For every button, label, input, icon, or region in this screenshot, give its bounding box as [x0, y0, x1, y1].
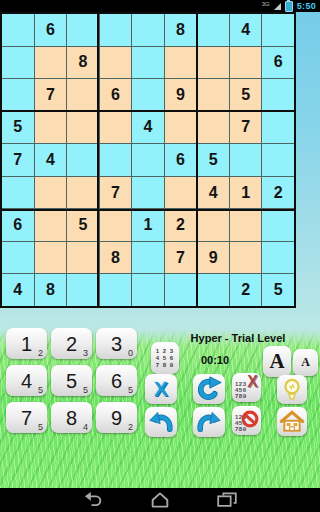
- cell-r5c6[interactable]: 6: [165, 144, 197, 176]
- cell-r2c5[interactable]: [132, 47, 164, 79]
- candidates-row: 7 8 9: [156, 362, 174, 369]
- num-key-digit: 3: [111, 334, 122, 354]
- mini-digits: 123456789: [235, 381, 247, 399]
- num-key-count: 4: [83, 422, 88, 432]
- cell-r7c9[interactable]: [262, 209, 294, 241]
- board-thick-line: [196, 14, 198, 306]
- cell-r4c8[interactable]: 7: [230, 112, 262, 144]
- delete-x-icon: X: [154, 377, 168, 401]
- level-title: Hyper - Trial Level: [158, 332, 318, 344]
- cell-r8c9[interactable]: [262, 242, 294, 274]
- battery-icon: [285, 1, 293, 12]
- cell-r9c9[interactable]: 5: [262, 274, 294, 306]
- num-key-5[interactable]: 55: [51, 365, 92, 396]
- num-key-1[interactable]: 12: [6, 328, 47, 359]
- cell-r9c3[interactable]: [67, 274, 99, 306]
- cell-r2c4[interactable]: [100, 47, 132, 79]
- hint-button[interactable]: [277, 375, 307, 404]
- cell-r1c2[interactable]: 6: [35, 14, 67, 46]
- restart-button[interactable]: [193, 374, 225, 404]
- cell-r5c7[interactable]: 5: [197, 144, 229, 176]
- num-key-count: 3: [83, 348, 88, 358]
- cell-r4c4[interactable]: [100, 112, 132, 144]
- cell-r9c6[interactable]: [165, 274, 197, 306]
- num-key-digit: 2: [66, 334, 77, 354]
- signal-icon: [274, 3, 281, 10]
- android-nav-bar: [0, 488, 320, 512]
- no-candidates-button[interactable]: 123456789: [232, 406, 261, 435]
- num-key-2[interactable]: 23: [51, 328, 92, 359]
- cell-r8c6[interactable]: 7: [165, 242, 197, 274]
- clock: 5:50: [297, 1, 316, 11]
- status-bar: 3G 5:50: [0, 0, 320, 12]
- cell-r5c3[interactable]: [67, 144, 99, 176]
- cell-r6c5[interactable]: [132, 177, 164, 209]
- cell-r4c6[interactable]: [165, 112, 197, 144]
- cell-r7c5[interactable]: 1: [132, 209, 164, 241]
- cell-r2c1[interactable]: [2, 47, 34, 79]
- board-thick-line: [2, 110, 294, 112]
- num-key-digit: 6: [111, 371, 122, 391]
- cell-r1c1[interactable]: [2, 14, 34, 46]
- cell-r2c7[interactable]: [197, 47, 229, 79]
- font-small-button[interactable]: A: [293, 349, 318, 376]
- cell-r3c7[interactable]: [197, 79, 229, 111]
- home-icon: [149, 491, 171, 509]
- candidates-toggle-button[interactable]: 1 2 3 4 5 6 7 8 9: [151, 342, 179, 374]
- num-key-digit: 1: [21, 334, 32, 354]
- timer: 00:10: [194, 354, 236, 366]
- cell-r8c8[interactable]: [230, 242, 262, 274]
- cell-r8c7[interactable]: 9: [197, 242, 229, 274]
- cell-r6c8[interactable]: 1: [230, 177, 262, 209]
- num-key-count: 5: [128, 385, 133, 395]
- cell-r2c8[interactable]: [230, 47, 262, 79]
- cell-r7c4[interactable]: [100, 209, 132, 241]
- cell-r3c3[interactable]: [67, 79, 99, 111]
- cell-r5c4[interactable]: [100, 144, 132, 176]
- cell-r6c4[interactable]: 7: [100, 177, 132, 209]
- cell-r2c9[interactable]: 6: [262, 47, 294, 79]
- cell-r4c2[interactable]: [35, 112, 67, 144]
- num-key-7[interactable]: 75: [6, 402, 47, 433]
- cell-r3c4[interactable]: 6: [100, 79, 132, 111]
- cell-r8c4[interactable]: 8: [100, 242, 132, 274]
- delete-button[interactable]: X: [145, 374, 177, 404]
- num-key-6[interactable]: 65: [96, 365, 137, 396]
- cell-r4c5[interactable]: 4: [132, 112, 164, 144]
- num-key-count: 5: [83, 385, 88, 395]
- recents-icon: [216, 491, 238, 509]
- cell-r4c9[interactable]: [262, 112, 294, 144]
- cell-r6c2[interactable]: [35, 177, 67, 209]
- board-thick-line: [2, 209, 294, 211]
- network-type-label: 3G: [262, 1, 270, 7]
- recents-button[interactable]: [216, 491, 238, 509]
- cell-r7c7[interactable]: [197, 209, 229, 241]
- num-key-count: 5: [38, 422, 43, 432]
- cell-r5c9[interactable]: [262, 144, 294, 176]
- cell-r7c2[interactable]: [35, 209, 67, 241]
- cell-r2c2[interactable]: [35, 47, 67, 79]
- cell-r6c3[interactable]: [67, 177, 99, 209]
- redo-arrow-icon: [196, 410, 222, 434]
- undo-button[interactable]: [145, 407, 177, 437]
- cell-r1c6[interactable]: 8: [165, 14, 197, 46]
- num-key-digit: 8: [66, 408, 77, 428]
- cell-r3c1[interactable]: [2, 79, 34, 111]
- cell-r1c8[interactable]: 4: [230, 14, 262, 46]
- cell-r1c4[interactable]: [100, 14, 132, 46]
- num-key-3[interactable]: 30: [96, 328, 137, 359]
- cell-r8c1[interactable]: [2, 242, 34, 274]
- num-key-count: 2: [38, 348, 43, 358]
- cell-r4c3[interactable]: [67, 112, 99, 144]
- num-key-digit: 9: [111, 408, 122, 428]
- cell-r6c1[interactable]: [2, 177, 34, 209]
- cell-r5c1[interactable]: 7: [2, 144, 34, 176]
- cell-r7c3[interactable]: 5: [67, 209, 99, 241]
- cell-r6c9[interactable]: 2: [262, 177, 294, 209]
- board-thick-line: [97, 14, 99, 306]
- cell-r8c3[interactable]: [67, 242, 99, 274]
- cell-r1c5[interactable]: [132, 14, 164, 46]
- cell-r3c9[interactable]: [262, 79, 294, 111]
- house-icon: [279, 409, 305, 434]
- num-key-digit: 4: [21, 371, 32, 391]
- bulb-icon: [280, 377, 304, 402]
- cell-r9c7[interactable]: [197, 274, 229, 306]
- back-icon: [82, 491, 104, 509]
- cell-r4c7[interactable]: [197, 112, 229, 144]
- cell-r4c1[interactable]: 5: [2, 112, 34, 144]
- prohibition-icon: [240, 409, 260, 429]
- cell-r9c1[interactable]: 4: [2, 274, 34, 306]
- num-key-count: 0: [128, 348, 133, 358]
- num-key-count: 2: [128, 422, 133, 432]
- redo-button[interactable]: [193, 407, 225, 437]
- cell-r7c1[interactable]: 6: [2, 209, 34, 241]
- cell-r6c7[interactable]: 4: [197, 177, 229, 209]
- cell-r9c5[interactable]: [132, 274, 164, 306]
- home-nav-button[interactable]: [149, 491, 171, 509]
- cell-r3c2[interactable]: 7: [35, 79, 67, 111]
- screen: 3G 5:50 6848676955477465741265128794825 …: [0, 0, 320, 512]
- cell-r3c8[interactable]: 5: [230, 79, 262, 111]
- sudoku-board: 6848676955477465741265128794825: [0, 12, 296, 308]
- num-key-digit: 7: [21, 408, 32, 428]
- home-button[interactable]: [277, 407, 307, 436]
- cell-r6c6[interactable]: [165, 177, 197, 209]
- serif-a-large-icon: A: [269, 349, 284, 374]
- num-key-4[interactable]: 45: [6, 365, 47, 396]
- cell-r8c5[interactable]: [132, 242, 164, 274]
- cell-r9c4[interactable]: [100, 274, 132, 306]
- num-key-digit: 5: [66, 371, 77, 391]
- clear-candidates-button[interactable]: 123456789 X: [232, 373, 261, 402]
- font-large-button[interactable]: A: [263, 346, 291, 377]
- red-x-icon: X: [247, 373, 258, 391]
- cell-r5c5[interactable]: [132, 144, 164, 176]
- cell-r3c5[interactable]: [132, 79, 164, 111]
- cell-r3c6[interactable]: 9: [165, 79, 197, 111]
- candidates-row: 1 2 3: [156, 348, 174, 355]
- cell-r2c6[interactable]: [165, 47, 197, 79]
- restart-arrow-icon: [196, 376, 222, 402]
- num-key-count: 5: [38, 385, 43, 395]
- cell-r8c2[interactable]: [35, 242, 67, 274]
- candidates-row: 4 5 6: [156, 355, 174, 362]
- cell-r7c6[interactable]: 2: [165, 209, 197, 241]
- cell-r7c8[interactable]: [230, 209, 262, 241]
- cell-r2c3[interactable]: 8: [67, 47, 99, 79]
- undo-arrow-icon: [148, 410, 174, 434]
- num-key-9[interactable]: 92: [96, 402, 137, 433]
- cell-r1c7[interactable]: [197, 14, 229, 46]
- cell-r1c9[interactable]: [262, 14, 294, 46]
- serif-a-small-icon: A: [301, 355, 310, 370]
- cell-r5c2[interactable]: 4: [35, 144, 67, 176]
- cell-r9c8[interactable]: 2: [230, 274, 262, 306]
- cell-r1c3[interactable]: [67, 14, 99, 46]
- cell-r9c2[interactable]: 8: [35, 274, 67, 306]
- num-key-8[interactable]: 84: [51, 402, 92, 433]
- back-button[interactable]: [82, 491, 104, 509]
- cell-r5c8[interactable]: [230, 144, 262, 176]
